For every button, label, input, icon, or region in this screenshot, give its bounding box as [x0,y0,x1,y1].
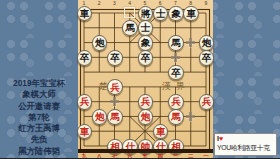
piece-red-兵[interactable]: 兵 [107,79,123,95]
bottom-file-label-3: 七 [112,153,118,159]
piece-black-卒[interactable]: 卒 [107,50,123,66]
piece-black-士[interactable]: 士 [138,20,154,36]
last-move-from-marker [124,7,135,18]
piece-red-兵[interactable]: 兵 [77,94,93,110]
vacated-point-marker [110,97,119,106]
watermark-line2: YOU哈利路亚十克 [217,143,274,152]
event-info-line-3: 公开邀请赛 [1,101,77,112]
piece-black-卒[interactable]: 卒 [199,50,215,66]
top-file-label-4: 4 [128,0,131,6]
piece-black-炮[interactable]: 炮 [199,35,215,51]
bottom-file-label-1: 九 [81,153,87,159]
piece-red-兵[interactable]: 兵 [168,94,184,110]
piece-black-象[interactable]: 象 [168,6,184,22]
app-screen: 2019年宝宝杯象棋大师公开邀请赛第7轮红方王禹博先负黑方陆伟韬 1234567… [0,0,280,158]
piece-black-卒[interactable]: 卒 [138,50,154,66]
piece-black-炮[interactable]: 炮 [92,35,108,51]
event-info-line-4: 第7轮 [1,112,77,123]
bottom-file-label-8: 二 [188,153,194,159]
watermark-overlay: I♥ YOU哈利路亚十克 [214,133,277,156]
bottom-file-labels: 九八七六五四三二一 [78,153,213,159]
piece-black-象[interactable]: 象 [138,35,154,51]
bottom-file-label-4: 六 [127,153,133,159]
heart-icon: ♥ [219,135,223,142]
event-info-line-1: 2019年宝宝杯 [1,78,77,89]
piece-black-馬[interactable]: 馬 [122,20,138,36]
piece-black-卒[interactable]: 卒 [168,65,184,81]
bottom-file-label-2: 八 [97,153,103,159]
bottom-file-label-6: 四 [158,153,164,159]
piece-red-兵[interactable]: 兵 [138,94,154,110]
event-info-line-5: 红方王禹博 [1,123,77,134]
event-info-line-2: 象棋大师 [1,89,77,100]
piece-black-卒[interactable]: 卒 [77,50,93,66]
event-info-panel: 2019年宝宝杯象棋大师公开邀请赛第7轮红方王禹博先负黑方陆伟韬 [0,78,78,157]
piece-red-炮[interactable]: 炮 [92,109,108,125]
river-label-han-jie: 漢界 [162,80,190,93]
event-info-line-7: 黑方陆伟韬 [1,146,77,157]
top-file-label-9: 9 [205,0,208,6]
top-file-label-3: 3 [113,0,116,6]
piece-red-炮[interactable]: 炮 [138,109,154,125]
piece-black-馬[interactable]: 馬 [168,35,184,51]
xiangqi-board[interactable]: 123456789 楚河 漢界 車將士象車馬士炮象馬炮卒卒卒卒卒兵兵兵兵兵炮馬炮… [78,0,213,158]
piece-red-馬[interactable]: 馬 [107,109,123,125]
piece-black-車[interactable]: 車 [183,6,199,22]
bottom-file-label-9: 一 [203,153,209,159]
vacated-point-marker [171,53,180,62]
piece-red-馬[interactable]: 馬 [168,109,184,125]
top-file-label-2: 2 [98,0,101,6]
vacated-point-marker [186,112,195,121]
bottom-file-label-7: 三 [173,153,179,159]
watermark-line1: I♥ [217,135,274,143]
piece-red-兵[interactable]: 兵 [199,94,215,110]
vacated-point-marker [186,38,195,47]
event-info-line-6: 先负 [1,135,77,146]
bottom-file-label-5: 五 [142,153,148,159]
